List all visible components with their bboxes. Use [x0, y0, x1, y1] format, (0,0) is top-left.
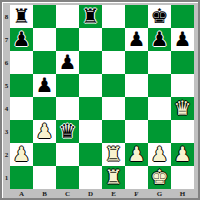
square-b1[interactable] — [33, 166, 56, 189]
piece-black-pawn[interactable]: ♟ — [151, 28, 169, 51]
piece-white-pawn[interactable]: ♟ — [151, 143, 169, 166]
square-a4[interactable] — [10, 97, 33, 120]
piece-black-pawn[interactable]: ♟ — [128, 28, 146, 51]
square-h1[interactable] — [171, 166, 194, 189]
square-h3[interactable] — [171, 120, 194, 143]
square-g2[interactable]: ♟ — [148, 143, 171, 166]
square-a3[interactable] — [10, 120, 33, 143]
square-h2[interactable]: ♟ — [171, 143, 194, 166]
file-label-a: A — [10, 189, 33, 198]
file-label-f: F — [125, 189, 148, 198]
piece-black-king[interactable]: ♚ — [151, 5, 169, 28]
piece-white-queen[interactable]: ♛ — [174, 97, 192, 120]
square-e8[interactable] — [102, 5, 125, 28]
square-a5[interactable] — [10, 74, 33, 97]
square-b4[interactable] — [33, 97, 56, 120]
square-e3[interactable] — [102, 120, 125, 143]
square-d8[interactable]: ♜ — [79, 5, 102, 28]
rank-label-3: 3 — [3, 120, 10, 143]
square-g3[interactable] — [148, 120, 171, 143]
square-e5[interactable] — [102, 74, 125, 97]
square-d2[interactable] — [79, 143, 102, 166]
file-label-e: E — [102, 189, 125, 198]
square-c2[interactable] — [56, 143, 79, 166]
square-c4[interactable] — [56, 97, 79, 120]
square-a6[interactable] — [10, 51, 33, 74]
square-b3[interactable]: ♟ — [33, 120, 56, 143]
piece-black-pawn[interactable]: ♟ — [174, 28, 192, 51]
piece-white-rook[interactable]: ♜ — [105, 143, 123, 166]
square-e7[interactable] — [102, 28, 125, 51]
chess-board[interactable]: ♜♜♚♟♟♟♟♟♟♛♟♛♟♜♟♟♟♜♚ — [10, 5, 194, 189]
square-d5[interactable] — [79, 74, 102, 97]
square-b8[interactable] — [33, 5, 56, 28]
file-labels: ABCDEFGH — [10, 189, 194, 198]
square-c8[interactable] — [56, 5, 79, 28]
file-label-h: H — [171, 189, 194, 198]
chess-board-frame: 87654321 ♜♜♚♟♟♟♟♟♟♛♟♛♟♜♟♟♟♜♚ ABCDEFGH — [0, 0, 200, 200]
square-a1[interactable] — [10, 166, 33, 189]
square-f1[interactable] — [125, 166, 148, 189]
piece-black-pawn[interactable]: ♟ — [59, 51, 77, 74]
square-e2[interactable]: ♜ — [102, 143, 125, 166]
square-g6[interactable] — [148, 51, 171, 74]
piece-white-king[interactable]: ♚ — [151, 166, 169, 189]
square-g1[interactable]: ♚ — [148, 166, 171, 189]
square-a7[interactable]: ♟ — [10, 28, 33, 51]
square-c1[interactable] — [56, 166, 79, 189]
square-g5[interactable] — [148, 74, 171, 97]
piece-white-pawn[interactable]: ♟ — [128, 143, 146, 166]
square-h6[interactable] — [171, 51, 194, 74]
square-c3[interactable]: ♛ — [56, 120, 79, 143]
square-e1[interactable]: ♜ — [102, 166, 125, 189]
rank-label-7: 7 — [3, 28, 10, 51]
square-h4[interactable]: ♛ — [171, 97, 194, 120]
piece-black-pawn[interactable]: ♟ — [13, 28, 31, 51]
piece-white-pawn[interactable]: ♟ — [174, 143, 192, 166]
square-g7[interactable]: ♟ — [148, 28, 171, 51]
square-f8[interactable] — [125, 5, 148, 28]
square-g4[interactable] — [148, 97, 171, 120]
square-b2[interactable] — [33, 143, 56, 166]
square-d3[interactable] — [79, 120, 102, 143]
file-label-g: G — [148, 189, 171, 198]
square-f6[interactable] — [125, 51, 148, 74]
piece-white-pawn[interactable]: ♟ — [36, 120, 54, 143]
piece-black-pawn[interactable]: ♟ — [36, 74, 54, 97]
rank-label-2: 2 — [3, 143, 10, 166]
square-f4[interactable] — [125, 97, 148, 120]
square-f3[interactable] — [125, 120, 148, 143]
piece-white-rook[interactable]: ♜ — [105, 166, 123, 189]
rank-label-1: 1 — [3, 166, 10, 189]
square-a8[interactable]: ♜ — [10, 5, 33, 28]
square-a2[interactable]: ♟ — [10, 143, 33, 166]
square-b7[interactable] — [33, 28, 56, 51]
piece-black-rook[interactable]: ♜ — [13, 5, 31, 28]
square-b6[interactable] — [33, 51, 56, 74]
square-h8[interactable] — [171, 5, 194, 28]
piece-black-rook[interactable]: ♜ — [82, 5, 100, 28]
piece-white-pawn[interactable]: ♟ — [13, 143, 31, 166]
square-c6[interactable]: ♟ — [56, 51, 79, 74]
square-e6[interactable] — [102, 51, 125, 74]
file-label-d: D — [79, 189, 102, 198]
square-d4[interactable] — [79, 97, 102, 120]
square-d1[interactable] — [79, 166, 102, 189]
square-h5[interactable] — [171, 74, 194, 97]
file-label-b: B — [33, 189, 56, 198]
rank-label-6: 6 — [3, 51, 10, 74]
piece-black-queen[interactable]: ♛ — [59, 120, 77, 143]
square-d6[interactable] — [79, 51, 102, 74]
file-label-c: C — [56, 189, 79, 198]
square-f2[interactable]: ♟ — [125, 143, 148, 166]
square-g8[interactable]: ♚ — [148, 5, 171, 28]
rank-label-8: 8 — [3, 5, 10, 28]
rank-label-5: 5 — [3, 74, 10, 97]
square-e4[interactable] — [102, 97, 125, 120]
rank-label-4: 4 — [3, 97, 10, 120]
rank-labels: 87654321 — [3, 5, 10, 189]
square-d7[interactable] — [79, 28, 102, 51]
square-f7[interactable]: ♟ — [125, 28, 148, 51]
square-h7[interactable]: ♟ — [171, 28, 194, 51]
square-c5[interactable] — [56, 74, 79, 97]
square-b5[interactable]: ♟ — [33, 74, 56, 97]
square-c7[interactable] — [56, 28, 79, 51]
square-f5[interactable] — [125, 74, 148, 97]
